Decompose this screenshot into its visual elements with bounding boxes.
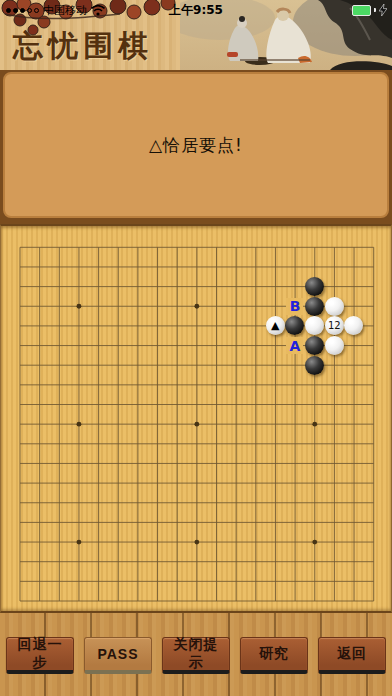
board-intersection[interactable] xyxy=(167,316,187,336)
board-intersection[interactable] xyxy=(128,355,148,375)
board-intersection[interactable] xyxy=(344,434,364,454)
board-intersection[interactable]: A xyxy=(285,336,305,356)
research-button[interactable]: 研究 xyxy=(240,637,308,674)
board-intersection[interactable] xyxy=(49,238,69,258)
board-intersection[interactable] xyxy=(285,454,305,474)
board-intersection[interactable] xyxy=(344,532,364,552)
board-intersection[interactable] xyxy=(69,257,89,277)
board-intersection[interactable] xyxy=(49,493,69,513)
board-intersection[interactable] xyxy=(30,552,50,572)
board-intersection[interactable] xyxy=(30,375,50,395)
board-intersection[interactable] xyxy=(108,571,128,591)
board-intersection[interactable] xyxy=(207,493,227,513)
board-intersection[interactable] xyxy=(226,277,246,297)
board-intersection[interactable] xyxy=(364,375,384,395)
board-intersection[interactable] xyxy=(10,355,30,375)
board-intersection[interactable] xyxy=(324,532,344,552)
board-intersection[interactable] xyxy=(30,257,50,277)
board-intersection[interactable] xyxy=(207,434,227,454)
board-intersection[interactable] xyxy=(285,375,305,395)
board-intersection[interactable] xyxy=(344,571,364,591)
board-intersection[interactable] xyxy=(128,473,148,493)
board-intersection[interactable] xyxy=(167,336,187,356)
board-intersection[interactable] xyxy=(108,552,128,572)
board-intersection[interactable] xyxy=(69,414,89,434)
board-intersection[interactable] xyxy=(89,512,109,532)
board-intersection[interactable] xyxy=(30,414,50,434)
board-intersection[interactable] xyxy=(30,336,50,356)
board-intersection[interactable] xyxy=(167,454,187,474)
board-intersection[interactable] xyxy=(10,552,30,572)
board-intersection[interactable] xyxy=(324,454,344,474)
board-intersection[interactable] xyxy=(167,571,187,591)
board-intersection[interactable] xyxy=(305,493,325,513)
board-intersection[interactable] xyxy=(89,277,109,297)
board-intersection[interactable] xyxy=(69,493,89,513)
board-intersection[interactable] xyxy=(148,591,168,611)
board-intersection[interactable] xyxy=(30,454,50,474)
board-intersection[interactable] xyxy=(128,336,148,356)
board-intersection[interactable] xyxy=(324,493,344,513)
board-intersection[interactable] xyxy=(128,395,148,415)
board-intersection[interactable] xyxy=(69,316,89,336)
board-intersection[interactable] xyxy=(207,552,227,572)
go-board[interactable]: B▲12A xyxy=(0,224,392,613)
board-intersection[interactable] xyxy=(305,296,325,316)
board-intersection[interactable] xyxy=(69,375,89,395)
board-intersection[interactable] xyxy=(108,454,128,474)
board-intersection[interactable] xyxy=(305,571,325,591)
board-intersection[interactable] xyxy=(10,238,30,258)
board-intersection[interactable] xyxy=(49,336,69,356)
board-intersection[interactable] xyxy=(344,454,364,474)
board-intersection[interactable] xyxy=(364,355,384,375)
board-intersection[interactable] xyxy=(148,571,168,591)
board-intersection[interactable] xyxy=(246,238,266,258)
board-intersection[interactable] xyxy=(285,355,305,375)
board-intersection[interactable] xyxy=(49,414,69,434)
board-intersection[interactable] xyxy=(89,532,109,552)
board-intersection[interactable] xyxy=(187,238,207,258)
board-intersection[interactable] xyxy=(266,355,286,375)
board-intersection[interactable] xyxy=(69,395,89,415)
board-intersection[interactable] xyxy=(148,355,168,375)
board-intersection[interactable] xyxy=(246,454,266,474)
board-intersection[interactable] xyxy=(226,473,246,493)
board-intersection[interactable] xyxy=(167,493,187,513)
board-intersection[interactable] xyxy=(167,532,187,552)
board-intersection[interactable] xyxy=(10,532,30,552)
board-intersection[interactable] xyxy=(364,473,384,493)
board-intersection[interactable] xyxy=(108,238,128,258)
board-intersection[interactable] xyxy=(285,238,305,258)
board-intersection[interactable] xyxy=(305,414,325,434)
board-intersection[interactable] xyxy=(128,454,148,474)
board-intersection[interactable] xyxy=(167,257,187,277)
board-intersection[interactable] xyxy=(148,434,168,454)
board-intersection[interactable] xyxy=(30,238,50,258)
board-intersection[interactable] xyxy=(285,395,305,415)
board-intersection[interactable] xyxy=(207,395,227,415)
board-intersection[interactable] xyxy=(324,591,344,611)
board-intersection[interactable]: B xyxy=(285,296,305,316)
board-intersection[interactable] xyxy=(226,395,246,415)
board-intersection[interactable] xyxy=(305,336,325,356)
board-intersection[interactable] xyxy=(128,316,148,336)
board-intersection[interactable] xyxy=(187,512,207,532)
board-intersection[interactable] xyxy=(30,532,50,552)
board-intersection[interactable] xyxy=(49,316,69,336)
board-intersection[interactable] xyxy=(246,473,266,493)
board-intersection[interactable] xyxy=(69,434,89,454)
board-intersection[interactable] xyxy=(364,395,384,415)
board-intersection[interactable] xyxy=(305,512,325,532)
board-intersection[interactable] xyxy=(246,277,266,297)
board-intersection[interactable] xyxy=(226,434,246,454)
board-intersection[interactable] xyxy=(148,296,168,316)
board-intersection[interactable] xyxy=(305,395,325,415)
board-intersection[interactable] xyxy=(364,296,384,316)
board-intersection[interactable] xyxy=(187,296,207,316)
board-intersection[interactable]: 12 xyxy=(324,316,344,336)
board-intersection[interactable] xyxy=(207,238,227,258)
board-intersection[interactable] xyxy=(49,355,69,375)
board-intersection[interactable] xyxy=(148,532,168,552)
board-intersection[interactable] xyxy=(89,473,109,493)
board-intersection[interactable] xyxy=(207,316,227,336)
board-intersection[interactable] xyxy=(69,296,89,316)
board-intersection[interactable] xyxy=(69,552,89,572)
board-intersection[interactable] xyxy=(246,493,266,513)
board-intersection[interactable] xyxy=(266,375,286,395)
board-intersection[interactable] xyxy=(148,552,168,572)
board-intersection[interactable] xyxy=(364,552,384,572)
board-intersection[interactable] xyxy=(266,395,286,415)
board-intersection[interactable] xyxy=(10,296,30,316)
board-intersection[interactable] xyxy=(364,257,384,277)
board-intersection[interactable] xyxy=(148,454,168,474)
board-intersection[interactable] xyxy=(285,277,305,297)
board-intersection[interactable] xyxy=(187,434,207,454)
board-intersection[interactable] xyxy=(108,493,128,513)
board-intersection[interactable] xyxy=(207,414,227,434)
board-intersection[interactable] xyxy=(364,493,384,513)
board-intersection[interactable] xyxy=(187,277,207,297)
board-intersection[interactable] xyxy=(128,512,148,532)
board-intersection[interactable] xyxy=(226,532,246,552)
board-intersection[interactable] xyxy=(89,336,109,356)
board-intersection[interactable] xyxy=(364,571,384,591)
board-intersection[interactable] xyxy=(108,336,128,356)
board-intersection[interactable] xyxy=(344,493,364,513)
board-intersection[interactable] xyxy=(89,591,109,611)
board-intersection[interactable] xyxy=(49,532,69,552)
board-intersection[interactable] xyxy=(324,336,344,356)
board-intersection[interactable] xyxy=(187,454,207,474)
board-intersection[interactable] xyxy=(207,336,227,356)
board-intersection[interactable] xyxy=(266,414,286,434)
board-intersection[interactable] xyxy=(207,532,227,552)
board-intersection[interactable] xyxy=(108,375,128,395)
board-intersection[interactable] xyxy=(128,552,148,572)
board-intersection[interactable] xyxy=(10,591,30,611)
board-intersection[interactable] xyxy=(364,336,384,356)
board-intersection[interactable] xyxy=(344,238,364,258)
board-intersection[interactable] xyxy=(266,591,286,611)
board-intersection[interactable] xyxy=(167,355,187,375)
board-intersection[interactable] xyxy=(266,277,286,297)
board-intersection[interactable] xyxy=(344,414,364,434)
board-intersection[interactable] xyxy=(364,277,384,297)
board-intersection[interactable] xyxy=(108,316,128,336)
board-intersection[interactable] xyxy=(266,512,286,532)
board-intersection[interactable] xyxy=(266,336,286,356)
board-intersection[interactable] xyxy=(30,316,50,336)
board-intersection[interactable] xyxy=(364,434,384,454)
board-intersection[interactable] xyxy=(324,512,344,532)
board-intersection[interactable] xyxy=(266,571,286,591)
board-intersection[interactable] xyxy=(246,375,266,395)
board-intersection[interactable] xyxy=(187,552,207,572)
board-intersection[interactable] xyxy=(344,257,364,277)
board-intersection[interactable] xyxy=(187,316,207,336)
board-intersection[interactable] xyxy=(207,257,227,277)
board-intersection[interactable] xyxy=(10,512,30,532)
board-intersection[interactable] xyxy=(226,296,246,316)
board-intersection[interactable] xyxy=(49,296,69,316)
board-intersection[interactable] xyxy=(167,277,187,297)
board-intersection[interactable] xyxy=(246,532,266,552)
board-intersection[interactable] xyxy=(305,454,325,474)
board-intersection[interactable] xyxy=(10,434,30,454)
board-intersection[interactable] xyxy=(128,296,148,316)
board-intersection[interactable] xyxy=(128,414,148,434)
board-intersection[interactable] xyxy=(285,473,305,493)
board-intersection[interactable] xyxy=(266,434,286,454)
board-intersection[interactable] xyxy=(167,552,187,572)
board-intersection[interactable] xyxy=(246,355,266,375)
board-intersection[interactable] xyxy=(89,493,109,513)
board-intersection[interactable] xyxy=(226,238,246,258)
board-intersection[interactable] xyxy=(246,414,266,434)
board-intersection[interactable] xyxy=(30,571,50,591)
board-intersection[interactable] xyxy=(108,414,128,434)
board-intersection[interactable] xyxy=(167,238,187,258)
board-intersection[interactable] xyxy=(148,414,168,434)
board-intersection[interactable] xyxy=(30,277,50,297)
board-intersection[interactable] xyxy=(305,316,325,336)
board-intersection[interactable] xyxy=(10,277,30,297)
board-intersection[interactable] xyxy=(108,395,128,415)
board-intersection[interactable] xyxy=(226,512,246,532)
board-intersection[interactable] xyxy=(364,591,384,611)
board-intersection[interactable] xyxy=(364,414,384,434)
board-intersection[interactable] xyxy=(167,591,187,611)
board-intersection[interactable] xyxy=(10,257,30,277)
board-intersection[interactable] xyxy=(69,355,89,375)
board-intersection[interactable] xyxy=(246,434,266,454)
board-intersection[interactable] xyxy=(226,493,246,513)
board-intersection[interactable] xyxy=(148,238,168,258)
board-intersection[interactable] xyxy=(69,571,89,591)
board-intersection[interactable] xyxy=(30,473,50,493)
board-intersection[interactable] xyxy=(167,473,187,493)
board-intersection[interactable] xyxy=(187,414,207,434)
board-intersection[interactable] xyxy=(285,512,305,532)
pass-button[interactable]: PASS xyxy=(84,637,152,674)
board-intersection[interactable] xyxy=(128,277,148,297)
board-intersection[interactable] xyxy=(324,414,344,434)
board-intersection[interactable] xyxy=(324,238,344,258)
board-intersection[interactable] xyxy=(285,571,305,591)
board-intersection[interactable] xyxy=(324,552,344,572)
board-intersection[interactable] xyxy=(344,473,364,493)
board-intersection[interactable] xyxy=(324,277,344,297)
board-intersection[interactable] xyxy=(30,395,50,415)
board-intersection[interactable] xyxy=(108,355,128,375)
board-intersection[interactable] xyxy=(167,395,187,415)
board-intersection[interactable] xyxy=(324,571,344,591)
board-intersection[interactable] xyxy=(324,395,344,415)
board-intersection[interactable] xyxy=(364,316,384,336)
board-intersection[interactable] xyxy=(69,454,89,474)
board-intersection[interactable] xyxy=(344,512,364,532)
board-intersection[interactable] xyxy=(10,414,30,434)
board-intersection[interactable] xyxy=(89,414,109,434)
board-intersection[interactable] xyxy=(344,552,364,572)
board-intersection[interactable] xyxy=(246,296,266,316)
board-intersection[interactable] xyxy=(69,277,89,297)
board-intersection[interactable] xyxy=(226,414,246,434)
board-intersection[interactable] xyxy=(89,552,109,572)
board-intersection[interactable] xyxy=(266,552,286,572)
board-intersection[interactable] xyxy=(344,355,364,375)
board-intersection[interactable] xyxy=(226,355,246,375)
board-intersection[interactable] xyxy=(148,316,168,336)
board-intersection[interactable] xyxy=(10,336,30,356)
board-intersection[interactable] xyxy=(30,355,50,375)
board-intersection[interactable] xyxy=(344,395,364,415)
board-intersection[interactable] xyxy=(89,454,109,474)
board-intersection[interactable] xyxy=(305,257,325,277)
board-intersection[interactable] xyxy=(187,493,207,513)
board-intersection[interactable] xyxy=(187,571,207,591)
board-intersection[interactable] xyxy=(226,591,246,611)
board-intersection[interactable] xyxy=(305,375,325,395)
board-intersection[interactable] xyxy=(187,375,207,395)
board-intersection[interactable] xyxy=(30,434,50,454)
board-intersection[interactable] xyxy=(148,512,168,532)
board-intersection[interactable] xyxy=(89,434,109,454)
board-intersection[interactable] xyxy=(207,512,227,532)
board-intersection[interactable] xyxy=(128,591,148,611)
board-intersection[interactable] xyxy=(324,375,344,395)
board-intersection[interactable] xyxy=(187,395,207,415)
board-intersection[interactable] xyxy=(305,473,325,493)
board-intersection[interactable] xyxy=(246,316,266,336)
board-intersection[interactable] xyxy=(69,591,89,611)
board-intersection[interactable] xyxy=(226,316,246,336)
board-intersection[interactable] xyxy=(30,512,50,532)
board-intersection[interactable] xyxy=(10,454,30,474)
board-intersection[interactable] xyxy=(266,493,286,513)
board-intersection[interactable] xyxy=(344,277,364,297)
board-intersection[interactable] xyxy=(344,591,364,611)
board-intersection[interactable] xyxy=(285,552,305,572)
board-intersection[interactable] xyxy=(108,434,128,454)
board-intersection[interactable] xyxy=(128,434,148,454)
board-intersection[interactable] xyxy=(128,375,148,395)
board-intersection[interactable] xyxy=(207,571,227,591)
board-intersection[interactable] xyxy=(89,395,109,415)
board-intersection[interactable] xyxy=(246,591,266,611)
board-intersection[interactable] xyxy=(49,434,69,454)
board-intersection[interactable] xyxy=(226,454,246,474)
board-intersection[interactable] xyxy=(148,395,168,415)
board-intersection[interactable] xyxy=(285,591,305,611)
board-intersection[interactable]: ▲ xyxy=(266,316,286,336)
board-intersection[interactable] xyxy=(187,336,207,356)
board-intersection[interactable] xyxy=(30,591,50,611)
board-intersection[interactable] xyxy=(167,414,187,434)
board-intersection[interactable] xyxy=(148,493,168,513)
board-intersection[interactable] xyxy=(305,277,325,297)
board-intersection[interactable] xyxy=(305,552,325,572)
board-intersection[interactable] xyxy=(207,277,227,297)
board-intersection[interactable] xyxy=(266,532,286,552)
board-intersection[interactable] xyxy=(246,552,266,572)
board-intersection[interactable] xyxy=(364,454,384,474)
board-intersection[interactable] xyxy=(89,571,109,591)
board-intersection[interactable] xyxy=(49,277,69,297)
board-intersection[interactable] xyxy=(49,571,69,591)
board-intersection[interactable] xyxy=(207,591,227,611)
board-intersection[interactable] xyxy=(148,375,168,395)
board-intersection[interactable] xyxy=(89,257,109,277)
board-intersection[interactable] xyxy=(49,454,69,474)
board-intersection[interactable] xyxy=(285,493,305,513)
board-intersection[interactable] xyxy=(285,532,305,552)
return-button[interactable]: 返回 xyxy=(318,637,386,674)
board-intersection[interactable] xyxy=(207,355,227,375)
board-intersection[interactable] xyxy=(324,296,344,316)
board-intersection[interactable] xyxy=(187,473,207,493)
board-intersection[interactable] xyxy=(167,296,187,316)
board-intersection[interactable] xyxy=(246,395,266,415)
board-intersection[interactable] xyxy=(69,238,89,258)
board-intersection[interactable] xyxy=(89,316,109,336)
close-hint-button[interactable]: 关闭提示 xyxy=(162,637,230,674)
board-intersection[interactable] xyxy=(266,257,286,277)
board-intersection[interactable] xyxy=(148,473,168,493)
board-intersection[interactable] xyxy=(10,571,30,591)
board-intersection[interactable] xyxy=(226,257,246,277)
board-intersection[interactable] xyxy=(246,336,266,356)
board-intersection[interactable] xyxy=(167,512,187,532)
undo-one-step-button[interactable]: 回退一步 xyxy=(6,637,74,674)
board-intersection[interactable] xyxy=(226,375,246,395)
board-intersection[interactable] xyxy=(344,375,364,395)
board-intersection[interactable] xyxy=(305,238,325,258)
board-intersection[interactable] xyxy=(324,355,344,375)
board-intersection[interactable] xyxy=(10,395,30,415)
board-intersection[interactable] xyxy=(10,493,30,513)
board-intersection[interactable] xyxy=(207,473,227,493)
board-intersection[interactable] xyxy=(226,552,246,572)
board-intersection[interactable] xyxy=(148,277,168,297)
board-intersection[interactable] xyxy=(324,257,344,277)
board-intersection[interactable] xyxy=(49,591,69,611)
